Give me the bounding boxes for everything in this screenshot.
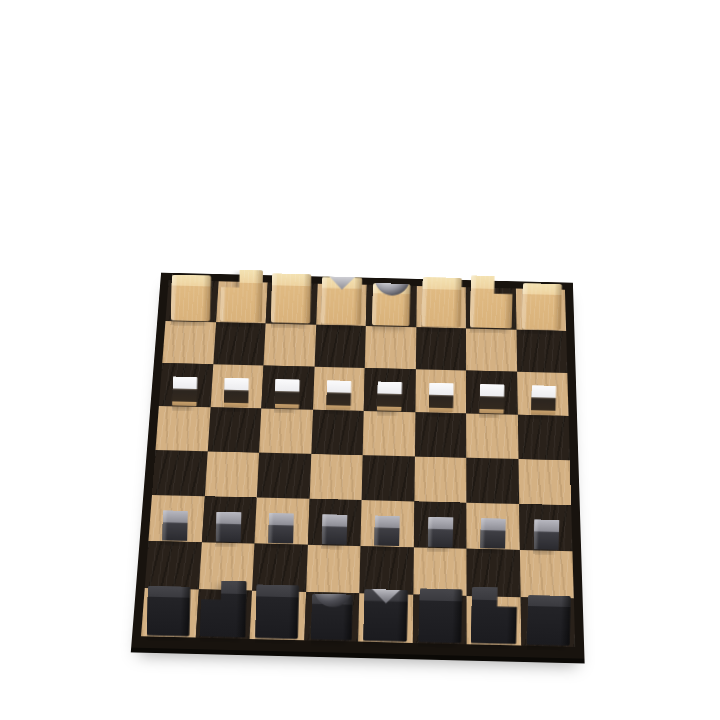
piece-body [255,584,299,639]
piece-body [418,588,462,643]
square-g4 [466,458,518,504]
piece-body [531,385,556,415]
square-b6 [210,364,263,408]
black-bishop [255,584,299,639]
piece-body [200,580,247,638]
square-c8 [266,282,318,324]
black-pawn [427,517,453,548]
square-b8 [216,281,268,323]
board-tilt-wrapper [131,219,595,664]
square-c7 [264,324,316,367]
piece-body [275,379,300,409]
square-a8 [166,280,219,322]
square-f7 [415,327,466,370]
square-d4 [309,454,362,500]
piece-body [326,380,351,410]
square-a3 [148,495,204,542]
piece-body [321,514,347,545]
square-h5 [517,415,569,460]
piece-body [171,274,212,321]
square-b2 [198,542,254,590]
square-e4 [362,455,415,501]
square-g8 [466,287,516,329]
piece-body [374,515,400,546]
black-knight [471,587,518,645]
square-d3 [307,499,361,546]
square-f3 [413,501,466,548]
piece-body [215,512,241,543]
piece-body [428,383,453,413]
sphere-finial [313,569,352,608]
square-a4 [152,450,207,496]
square-a7 [162,321,215,364]
square-h4 [518,459,571,505]
square-h2 [519,550,573,599]
black-queen [311,594,353,641]
chess-board [141,280,575,647]
square-f4 [414,456,466,502]
white-rook [521,283,562,330]
square-f1 [412,595,466,645]
square-c4 [257,453,311,499]
piece-body [271,273,312,324]
piece-body [311,594,353,641]
square-d8 [316,284,367,326]
square-h7 [516,330,567,373]
square-a2 [145,541,202,589]
black-pawn [480,518,506,549]
piece-body [220,269,264,322]
piece-body [427,517,453,548]
square-h8 [515,288,566,330]
piece-body [521,283,562,330]
white-pawn [275,379,300,409]
square-f5 [414,412,466,457]
black-pawn [374,515,400,546]
square-b1 [195,589,252,639]
square-e1 [358,593,413,643]
white-pawn [480,384,505,414]
product-photo [0,0,720,720]
diamond-finial [326,258,357,289]
square-c1 [250,591,306,641]
piece-body [268,513,294,544]
piece-body [527,595,571,646]
black-king [363,589,408,642]
square-a5 [155,406,210,451]
square-h1 [520,597,575,647]
square-b4 [204,451,259,497]
piece-body [471,587,518,645]
white-bishop [271,273,312,324]
square-g2 [466,549,520,597]
piece-body [480,518,506,549]
piece-body [480,384,505,414]
square-c6 [261,366,314,410]
square-d2 [306,545,361,593]
piece-body [421,277,462,328]
square-f2 [413,547,467,595]
square-c5 [259,409,312,454]
piece-body [372,283,411,326]
black-rook [527,595,571,646]
white-pawn [377,381,402,411]
white-pawn [531,385,556,415]
square-e6 [364,368,416,412]
square-g7 [466,328,517,371]
square-a1 [141,588,198,638]
square-e8 [366,285,417,327]
square-g6 [466,371,517,415]
board-frame [131,273,585,664]
piece-body [224,378,249,408]
white-knight [470,275,514,328]
square-e5 [363,411,415,456]
diamond-finial [370,570,404,604]
square-g1 [467,596,521,646]
piece-body [470,275,514,328]
piece-body [147,586,191,637]
white-bishop [421,277,462,328]
piece-body [533,519,559,550]
black-pawn [533,519,559,550]
piece-body [377,381,402,411]
white-knight [220,269,264,322]
white-rook [171,274,212,321]
piece-body [172,376,197,406]
square-d6 [313,367,365,411]
square-a6 [159,363,213,407]
black-pawn [215,512,241,543]
white-pawn [224,378,249,408]
black-pawn [321,514,347,545]
black-pawn [162,510,188,541]
white-queen [372,283,411,326]
piece-body [162,510,188,541]
square-e7 [365,326,416,369]
white-pawn [326,380,351,410]
square-d7 [314,325,366,368]
black-knight [200,580,247,638]
white-pawn [172,376,197,406]
white-pawn [428,383,453,413]
square-f8 [416,286,466,328]
piece-body [321,276,363,325]
white-king [321,276,363,325]
square-d1 [304,592,359,642]
sphere-finial [374,260,410,296]
square-b5 [207,407,261,452]
square-f6 [415,369,466,413]
square-b7 [213,322,266,365]
square-g5 [466,414,518,459]
square-g3 [466,503,519,550]
black-rook [147,586,191,637]
square-c2 [252,544,307,592]
black-pawn [268,513,294,544]
square-d5 [311,410,364,455]
black-bishop [418,588,462,643]
square-b3 [201,496,256,543]
square-c3 [254,498,309,545]
square-e3 [360,500,414,547]
square-h6 [517,372,569,416]
square-h3 [519,504,573,551]
square-e2 [359,546,413,594]
piece-body [363,589,408,642]
